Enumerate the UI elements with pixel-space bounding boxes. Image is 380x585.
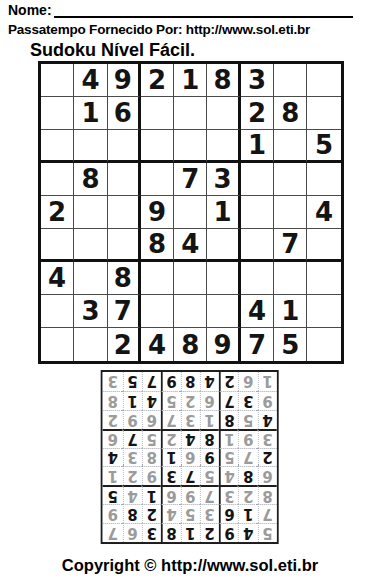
- sudoku-cell-r2c6[interactable]: [207, 97, 240, 130]
- sudoku-puzzle-grid: 4921831628158732914847483741248975: [38, 61, 344, 364]
- solution-cell-r3c1: 8: [257, 485, 276, 504]
- sudoku-cell-r8c6[interactable]: [207, 295, 240, 328]
- solution-cell-r1c4: 2: [199, 523, 218, 542]
- sudoku-cell-r5c8[interactable]: [274, 196, 307, 229]
- solution-cell-r4c5: 7: [180, 466, 199, 485]
- sudoku-cell-r7c1: 4: [41, 262, 74, 295]
- solution-cell-r3c4: 7: [199, 485, 218, 504]
- sudoku-cell-r5c5[interactable]: [174, 196, 207, 229]
- sudoku-cell-r2c1[interactable]: [41, 97, 74, 130]
- solution-cell-r3c2: 2: [238, 485, 257, 504]
- solution-cell-r2c1: 7: [257, 504, 276, 523]
- solution-cell-r7c3: 8: [219, 410, 238, 429]
- solution-cell-r4c4: 5: [199, 466, 218, 485]
- sudoku-cell-r2c3: 6: [108, 97, 141, 130]
- sudoku-cell-r7c8[interactable]: [274, 262, 307, 295]
- solution-cell-r6c3: 1: [219, 429, 238, 448]
- sudoku-cell-r5c2[interactable]: [74, 196, 107, 229]
- solution-cell-r2c9: 9: [103, 504, 122, 523]
- name-row: Nome:: [8, 2, 353, 18]
- solution-cell-r9c6: 9: [161, 372, 180, 391]
- solution-cell-r6c4: 8: [199, 429, 218, 448]
- sudoku-cell-r9c6: 9: [207, 328, 240, 361]
- sudoku-cell-r8c7: 4: [241, 295, 274, 328]
- solution-cell-r9c3: 2: [219, 372, 238, 391]
- solution-cell-r5c3: 5: [219, 448, 238, 467]
- sudoku-cell-r6c5: 4: [174, 229, 207, 262]
- solution-cell-r8c7: 4: [142, 391, 161, 410]
- sudoku-cell-r7c9[interactable]: [307, 262, 340, 295]
- solution-cell-r5c7: 8: [142, 448, 161, 467]
- solution-cell-r2c6: 4: [161, 504, 180, 523]
- sudoku-cell-r5c9: 4: [307, 196, 340, 229]
- solution-cell-r2c4: 3: [199, 504, 218, 523]
- sudoku-cell-r2c7: 2: [241, 97, 274, 130]
- sudoku-cell-r1c8[interactable]: [274, 64, 307, 97]
- solution-cell-r8c4: 6: [199, 391, 218, 410]
- solution-cell-r9c4: 4: [199, 372, 218, 391]
- sudoku-cell-r8c5[interactable]: [174, 295, 207, 328]
- sudoku-cell-r3c3[interactable]: [108, 130, 141, 163]
- solution-cell-r7c7: 6: [142, 410, 161, 429]
- sudoku-cell-r8c3: 7: [108, 295, 141, 328]
- sudoku-cell-r4c8[interactable]: [274, 163, 307, 196]
- solution-cell-r3c6: 6: [161, 485, 180, 504]
- sudoku-cell-r9c8: 5: [274, 328, 307, 361]
- sudoku-cell-r9c5: 8: [174, 328, 207, 361]
- sudoku-cell-r1c4: 2: [141, 64, 174, 97]
- sudoku-cell-r9c2[interactable]: [74, 328, 107, 361]
- sudoku-cell-r8c4[interactable]: [141, 295, 174, 328]
- solution-cell-r6c7: 5: [142, 429, 161, 448]
- solution-cell-r3c7: 1: [142, 485, 161, 504]
- sudoku-cell-r9c4: 4: [141, 328, 174, 361]
- solution-cell-r6c2: 9: [238, 429, 257, 448]
- solution-cell-r8c9: 8: [103, 391, 122, 410]
- solution-cell-r5c8: 3: [122, 448, 141, 467]
- solution-cell-r6c6: 2: [161, 429, 180, 448]
- solution-cell-r6c5: 4: [180, 429, 199, 448]
- solution-cell-r9c9: 3: [103, 372, 122, 391]
- sudoku-solution-grid-rotated-180: 5492183677163542898237961456845739212759…: [101, 370, 279, 544]
- sudoku-cell-r4c1[interactable]: [41, 163, 74, 196]
- solution-cell-r3c8: 4: [122, 485, 141, 504]
- solution-cell-r7c4: 1: [199, 410, 218, 429]
- solution-cell-r7c8: 9: [122, 410, 141, 429]
- sudoku-cell-r6c8: 7: [274, 229, 307, 262]
- solution-cell-r5c6: 1: [161, 448, 180, 467]
- sudoku-cell-r4c6: 3: [207, 163, 240, 196]
- solution-cell-r1c2: 4: [238, 523, 257, 542]
- sudoku-cell-r7c3: 8: [108, 262, 141, 295]
- sudoku-cell-r3c2[interactable]: [74, 130, 107, 163]
- solution-cell-r3c5: 9: [180, 485, 199, 504]
- solution-cell-r4c8: 2: [122, 466, 141, 485]
- sudoku-cell-r2c9[interactable]: [307, 97, 340, 130]
- solution-cell-r5c4: 9: [199, 448, 218, 467]
- sudoku-cell-r2c5[interactable]: [174, 97, 207, 130]
- sudoku-cell-r6c3[interactable]: [108, 229, 141, 262]
- sudoku-cell-r4c7[interactable]: [241, 163, 274, 196]
- solution-cell-r5c9: 4: [103, 448, 122, 467]
- solution-cell-r8c1: 9: [257, 391, 276, 410]
- sudoku-cell-r9c1[interactable]: [41, 328, 74, 361]
- solution-cell-r8c6: 5: [161, 391, 180, 410]
- solution-cell-r9c5: 8: [180, 372, 199, 391]
- sudoku-cell-r4c4[interactable]: [141, 163, 174, 196]
- solution-cell-r2c2: 1: [238, 504, 257, 523]
- solution-cell-r9c2: 6: [238, 372, 257, 391]
- sudoku-cell-r3c7: 1: [241, 130, 274, 163]
- solution-cell-r7c6: 7: [161, 410, 180, 429]
- solution-cell-r1c7: 3: [142, 523, 161, 542]
- solution-cell-r4c9: 1: [103, 466, 122, 485]
- name-label: Nome:: [8, 2, 52, 18]
- sudoku-cell-r4c5: 7: [174, 163, 207, 196]
- sudoku-cell-r2c2: 1: [74, 97, 107, 130]
- sudoku-cell-r9c3: 2: [108, 328, 141, 361]
- solution-cell-r3c9: 5: [103, 485, 122, 504]
- solution-cell-r6c9: 6: [103, 429, 122, 448]
- solution-cell-r2c3: 6: [219, 504, 238, 523]
- solution-cell-r1c5: 1: [180, 523, 199, 542]
- solution-cell-r7c9: 2: [103, 410, 122, 429]
- sudoku-cell-r3c9: 5: [307, 130, 340, 163]
- sudoku-cell-r5c7[interactable]: [241, 196, 274, 229]
- sudoku-cell-r7c5[interactable]: [174, 262, 207, 295]
- sudoku-cell-r8c9[interactable]: [307, 295, 340, 328]
- sudoku-cell-r2c4[interactable]: [141, 97, 174, 130]
- solution-cell-r6c8: 7: [122, 429, 141, 448]
- solution-cell-r6c1: 3: [257, 429, 276, 448]
- sudoku-cell-r1c7: 3: [241, 64, 274, 97]
- solution-cell-r4c2: 8: [238, 466, 257, 485]
- sudoku-cell-r1c6: 8: [207, 64, 240, 97]
- sudoku-cell-r6c4: 8: [141, 229, 174, 262]
- solution-cell-r1c3: 9: [219, 523, 238, 542]
- name-blank-line[interactable]: [54, 2, 353, 18]
- sudoku-cell-r3c5[interactable]: [174, 130, 207, 163]
- sudoku-cell-r6c9[interactable]: [307, 229, 340, 262]
- sudoku-cell-r7c6[interactable]: [207, 262, 240, 295]
- sudoku-cell-r7c2[interactable]: [74, 262, 107, 295]
- solution-cell-r8c5: 2: [180, 391, 199, 410]
- sudoku-cell-r6c6[interactable]: [207, 229, 240, 262]
- sudoku-cell-r1c9[interactable]: [307, 64, 340, 97]
- solution-cell-r5c2: 7: [238, 448, 257, 467]
- worksheet-page: Nome: Passatempo Fornecido Por: http://w…: [0, 0, 380, 585]
- sudoku-cell-r6c7[interactable]: [241, 229, 274, 262]
- sudoku-cell-r5c1: 2: [41, 196, 74, 229]
- solution-cell-r5c5: 6: [180, 448, 199, 467]
- sudoku-cell-r9c9[interactable]: [307, 328, 340, 361]
- solution-cell-r9c8: 5: [122, 372, 141, 391]
- sudoku-cell-r4c2: 8: [74, 163, 107, 196]
- solution-cell-r8c8: 1: [122, 391, 141, 410]
- solution-cell-r8c3: 7: [219, 391, 238, 410]
- sudoku-cell-r5c4: 9: [141, 196, 174, 229]
- solution-cell-r1c9: 7: [103, 523, 122, 542]
- sudoku-cell-r5c6: 1: [207, 196, 240, 229]
- sudoku-cell-r6c1[interactable]: [41, 229, 74, 262]
- provider-line: Passatempo Fornecido Por: http://www.sol…: [8, 22, 310, 37]
- sudoku-cell-r5c3[interactable]: [108, 196, 141, 229]
- sudoku-cell-r1c1[interactable]: [41, 64, 74, 97]
- sudoku-cell-r8c2: 3: [74, 295, 107, 328]
- solution-cell-r4c1: 6: [257, 466, 276, 485]
- solution-cell-r2c7: 2: [142, 504, 161, 523]
- sudoku-cell-r4c3[interactable]: [108, 163, 141, 196]
- solution-cell-r7c5: 3: [180, 410, 199, 429]
- solution-cell-r7c2: 5: [238, 410, 257, 429]
- solution-cell-r9c1: 1: [257, 372, 276, 391]
- sudoku-cell-r1c3: 9: [108, 64, 141, 97]
- solution-cell-r4c7: 9: [142, 466, 161, 485]
- solution-cell-r1c8: 6: [122, 523, 141, 542]
- solution-cell-r4c3: 4: [219, 466, 238, 485]
- sudoku-cell-r7c4[interactable]: [141, 262, 174, 295]
- solution-cell-r7c1: 4: [257, 410, 276, 429]
- sudoku-cell-r3c4[interactable]: [141, 130, 174, 163]
- sudoku-cell-r6c2[interactable]: [74, 229, 107, 262]
- sudoku-cell-r3c6[interactable]: [207, 130, 240, 163]
- solution-cell-r5c1: 2: [257, 448, 276, 467]
- sudoku-cell-r8c1[interactable]: [41, 295, 74, 328]
- sudoku-cell-r7c7[interactable]: [241, 262, 274, 295]
- sudoku-cell-r2c8: 8: [274, 97, 307, 130]
- sudoku-cell-r9c7: 7: [241, 328, 274, 361]
- copyright-text: Copyright © http://www.sol.eti.br: [0, 556, 380, 575]
- solution-cell-r4c6: 3: [161, 466, 180, 485]
- solution-cell-r1c1: 5: [257, 523, 276, 542]
- solution-cell-r9c7: 7: [142, 372, 161, 391]
- sudoku-cell-r4c9[interactable]: [307, 163, 340, 196]
- sudoku-cell-r8c8: 1: [274, 295, 307, 328]
- sudoku-cell-r3c8[interactable]: [274, 130, 307, 163]
- sudoku-cell-r3c1[interactable]: [41, 130, 74, 163]
- solution-cell-r2c8: 8: [122, 504, 141, 523]
- solution-cell-r3c3: 3: [219, 485, 238, 504]
- sudoku-cell-r1c5: 1: [174, 64, 207, 97]
- solution-cell-r8c2: 3: [238, 391, 257, 410]
- solution-cell-r2c5: 5: [180, 504, 199, 523]
- solution-cell-r1c6: 8: [161, 523, 180, 542]
- sudoku-cell-r1c2: 4: [74, 64, 107, 97]
- page-title: Sudoku Nível Fácil.: [30, 40, 195, 61]
